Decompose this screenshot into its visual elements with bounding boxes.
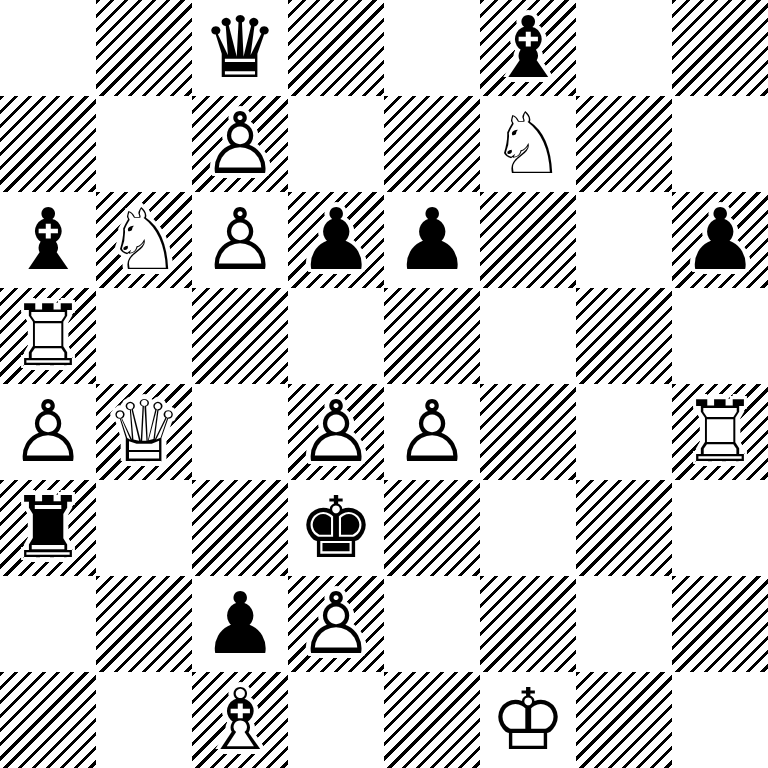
square-f1[interactable]: ♚♔ — [480, 672, 576, 768]
square-c1[interactable]: ♝♗ — [192, 672, 288, 768]
square-a1[interactable] — [0, 672, 96, 768]
square-f7[interactable]: ♞♘ — [480, 96, 576, 192]
piece-black-queen[interactable]: ♛♛ — [192, 0, 288, 96]
piece-white-pawn[interactable]: ♟♙ — [288, 576, 384, 672]
square-c3[interactable] — [192, 480, 288, 576]
piece-black-bishop[interactable]: ♝♝ — [480, 0, 576, 96]
piece-black-king[interactable]: ♚♚ — [288, 480, 384, 576]
square-b4[interactable]: ♛♕ — [96, 384, 192, 480]
square-c4[interactable] — [192, 384, 288, 480]
square-e8[interactable] — [384, 0, 480, 96]
square-a5[interactable]: ♜♖ — [0, 288, 96, 384]
square-c6[interactable]: ♟♙ — [192, 192, 288, 288]
square-e2[interactable] — [384, 576, 480, 672]
white-bishop-icon: ♗ — [192, 672, 288, 768]
piece-white-rook[interactable]: ♜♖ — [672, 384, 768, 480]
square-e6[interactable]: ♟♟ — [384, 192, 480, 288]
square-d7[interactable] — [288, 96, 384, 192]
white-pawn-icon: ♙ — [384, 384, 480, 480]
black-king-icon: ♚ — [288, 480, 384, 576]
square-e7[interactable] — [384, 96, 480, 192]
square-c5[interactable] — [192, 288, 288, 384]
piece-white-bishop[interactable]: ♝♗ — [192, 672, 288, 768]
square-g4[interactable] — [576, 384, 672, 480]
square-b3[interactable] — [96, 480, 192, 576]
square-a7[interactable] — [0, 96, 96, 192]
white-rook-icon: ♖ — [672, 384, 768, 480]
square-h1[interactable] — [672, 672, 768, 768]
square-f3[interactable] — [480, 480, 576, 576]
black-pawn-icon: ♟ — [288, 192, 384, 288]
square-c2[interactable]: ♟♟ — [192, 576, 288, 672]
white-pawn-icon: ♙ — [192, 96, 288, 192]
square-g6[interactable] — [576, 192, 672, 288]
square-g8[interactable] — [576, 0, 672, 96]
piece-black-pawn[interactable]: ♟♟ — [192, 576, 288, 672]
black-pawn-icon: ♟ — [672, 192, 768, 288]
square-b7[interactable] — [96, 96, 192, 192]
square-a6[interactable]: ♝♝ — [0, 192, 96, 288]
square-f8[interactable]: ♝♝ — [480, 0, 576, 96]
square-f5[interactable] — [480, 288, 576, 384]
square-g1[interactable] — [576, 672, 672, 768]
piece-white-knight[interactable]: ♞♘ — [480, 96, 576, 192]
white-king-icon: ♔ — [480, 672, 576, 768]
square-h4[interactable]: ♜♖ — [672, 384, 768, 480]
piece-white-pawn[interactable]: ♟♙ — [384, 384, 480, 480]
white-knight-icon: ♘ — [480, 96, 576, 192]
piece-black-pawn[interactable]: ♟♟ — [384, 192, 480, 288]
square-d2[interactable]: ♟♙ — [288, 576, 384, 672]
piece-white-pawn[interactable]: ♟♙ — [288, 384, 384, 480]
white-queen-icon: ♕ — [96, 384, 192, 480]
black-rook-icon: ♜ — [0, 480, 96, 576]
square-e4[interactable]: ♟♙ — [384, 384, 480, 480]
square-c7[interactable]: ♟♙ — [192, 96, 288, 192]
piece-black-bishop[interactable]: ♝♝ — [0, 192, 96, 288]
black-bishop-icon: ♝ — [480, 0, 576, 96]
piece-black-pawn[interactable]: ♟♟ — [288, 192, 384, 288]
square-f4[interactable] — [480, 384, 576, 480]
piece-white-king[interactable]: ♚♔ — [480, 672, 576, 768]
square-a8[interactable] — [0, 0, 96, 96]
square-d5[interactable] — [288, 288, 384, 384]
square-a3[interactable]: ♜♜ — [0, 480, 96, 576]
square-b2[interactable] — [96, 576, 192, 672]
square-f2[interactable] — [480, 576, 576, 672]
square-b5[interactable] — [96, 288, 192, 384]
square-h2[interactable] — [672, 576, 768, 672]
square-b1[interactable] — [96, 672, 192, 768]
square-a2[interactable] — [0, 576, 96, 672]
square-d3[interactable]: ♚♚ — [288, 480, 384, 576]
square-h6[interactable]: ♟♟ — [672, 192, 768, 288]
square-g5[interactable] — [576, 288, 672, 384]
square-c8[interactable]: ♛♛ — [192, 0, 288, 96]
white-pawn-icon: ♙ — [0, 384, 96, 480]
white-pawn-icon: ♙ — [288, 384, 384, 480]
square-e1[interactable] — [384, 672, 480, 768]
piece-white-rook[interactable]: ♜♖ — [0, 288, 96, 384]
piece-black-pawn[interactable]: ♟♟ — [672, 192, 768, 288]
square-d6[interactable]: ♟♟ — [288, 192, 384, 288]
piece-white-pawn[interactable]: ♟♙ — [0, 384, 96, 480]
piece-white-pawn[interactable]: ♟♙ — [192, 192, 288, 288]
square-h7[interactable] — [672, 96, 768, 192]
piece-white-pawn[interactable]: ♟♙ — [192, 96, 288, 192]
chess-board: ♛♛♝♝♟♙♞♘♝♝♞♘♟♙♟♟♟♟♟♟♜♖♟♙♛♕♟♙♟♙♜♖♜♜♚♚♟♟♟♙… — [0, 0, 768, 768]
square-g3[interactable] — [576, 480, 672, 576]
square-e3[interactable] — [384, 480, 480, 576]
square-h3[interactable] — [672, 480, 768, 576]
square-g7[interactable] — [576, 96, 672, 192]
piece-white-knight[interactable]: ♞♘ — [96, 192, 192, 288]
square-h8[interactable] — [672, 0, 768, 96]
square-g2[interactable] — [576, 576, 672, 672]
square-f6[interactable] — [480, 192, 576, 288]
white-pawn-icon: ♙ — [192, 192, 288, 288]
white-knight-icon: ♘ — [96, 192, 192, 288]
piece-black-rook[interactable]: ♜♜ — [0, 480, 96, 576]
piece-white-queen[interactable]: ♛♕ — [96, 384, 192, 480]
white-rook-icon: ♖ — [0, 288, 96, 384]
white-pawn-icon: ♙ — [288, 576, 384, 672]
black-bishop-icon: ♝ — [0, 192, 96, 288]
square-h5[interactable] — [672, 288, 768, 384]
square-d4[interactable]: ♟♙ — [288, 384, 384, 480]
black-pawn-icon: ♟ — [192, 576, 288, 672]
square-d8[interactable] — [288, 0, 384, 96]
square-b8[interactable] — [96, 0, 192, 96]
square-e5[interactable] — [384, 288, 480, 384]
black-queen-icon: ♛ — [192, 0, 288, 96]
black-pawn-icon: ♟ — [384, 192, 480, 288]
square-d1[interactable] — [288, 672, 384, 768]
square-a4[interactable]: ♟♙ — [0, 384, 96, 480]
square-b6[interactable]: ♞♘ — [96, 192, 192, 288]
